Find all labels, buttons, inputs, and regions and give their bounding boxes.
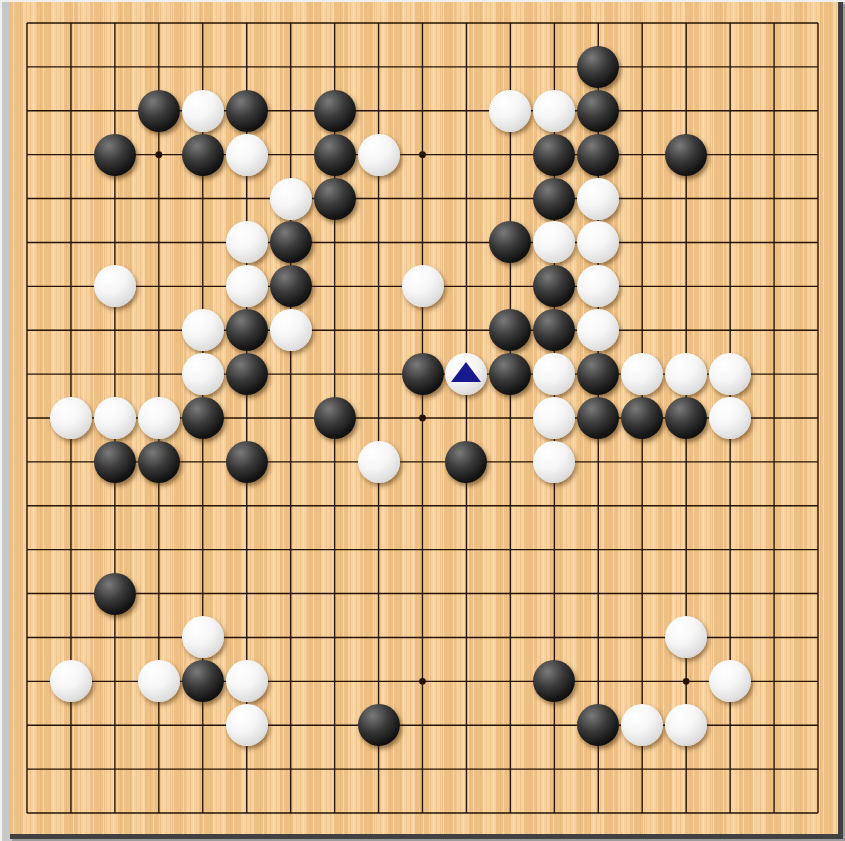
stone-N15-black (533, 178, 575, 220)
stone-F4-white (226, 660, 268, 702)
stone-R10-white (709, 397, 751, 439)
stone-G14-black (270, 221, 312, 263)
stone-F13-white (226, 265, 268, 307)
stone-B4-white (50, 660, 92, 702)
stone-D9-black (138, 441, 180, 483)
stone-N16-black (533, 134, 575, 176)
stone-C13-white (94, 265, 136, 307)
stone-O18-black (577, 46, 619, 88)
stone-H15-black (314, 178, 356, 220)
stone-J3-black (358, 704, 400, 746)
stone-K13-white (402, 265, 444, 307)
stone-F11-black (226, 353, 268, 395)
stone-O16-black (577, 134, 619, 176)
stone-F14-white (226, 221, 268, 263)
stone-E16-black (182, 134, 224, 176)
stone-D17-black (138, 90, 180, 132)
stone-F12-black (226, 309, 268, 351)
page: { "game": "go", "board": { "grid_size": … (0, 0, 845, 841)
star-point-K16 (419, 151, 426, 158)
stone-E17-white (182, 90, 224, 132)
stone-D4-white (138, 660, 180, 702)
last-move-triangle-marker (451, 362, 481, 382)
stone-R11-white (709, 353, 751, 395)
stone-E4-black (182, 660, 224, 702)
stone-P10-black (621, 397, 663, 439)
stone-G12-white (270, 309, 312, 351)
stone-D10-white (138, 397, 180, 439)
stone-O15-white (577, 178, 619, 220)
stone-Q16-black (665, 134, 707, 176)
stone-C10-white (94, 397, 136, 439)
stone-Q11-white (665, 353, 707, 395)
stone-N17-white (533, 90, 575, 132)
stone-H16-black (314, 134, 356, 176)
stone-J16-white (358, 134, 400, 176)
stone-C6-black (94, 573, 136, 615)
stone-F17-black (226, 90, 268, 132)
star-point-Q4 (683, 678, 690, 685)
stone-J9-white (358, 441, 400, 483)
stone-K11-black (402, 353, 444, 395)
stone-F9-black (226, 441, 268, 483)
stone-E12-white (182, 309, 224, 351)
stone-E10-black (182, 397, 224, 439)
stone-M17-white (489, 90, 531, 132)
stone-H10-black (314, 397, 356, 439)
go-board[interactable] (10, 2, 843, 839)
stone-C16-black (94, 134, 136, 176)
star-point-K10 (419, 415, 426, 422)
stone-G15-white (270, 178, 312, 220)
stone-O17-black (577, 90, 619, 132)
stone-O10-black (577, 397, 619, 439)
stone-H17-black (314, 90, 356, 132)
stone-F16-white (226, 134, 268, 176)
star-point-D16 (155, 151, 162, 158)
stone-B10-white (50, 397, 92, 439)
stone-E11-white (182, 353, 224, 395)
star-point-K4 (419, 678, 426, 685)
stone-E5-white (182, 616, 224, 658)
stone-G13-black (270, 265, 312, 307)
stone-Q10-black (665, 397, 707, 439)
stone-N9-white (533, 441, 575, 483)
stone-L9-black (445, 441, 487, 483)
stone-F3-white (226, 704, 268, 746)
stone-C9-black (94, 441, 136, 483)
